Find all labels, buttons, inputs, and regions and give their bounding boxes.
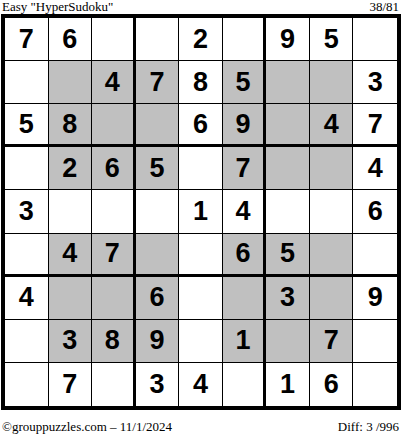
puzzle-title: Easy "HyperSudoku" [2, 0, 113, 14]
cell-r2c6[interactable]: 5 [223, 61, 267, 104]
difficulty-text: Diff: 3 /996 [338, 419, 399, 434]
cell-r4c3[interactable]: 6 [92, 147, 136, 190]
cell-r1c2[interactable]: 6 [49, 18, 93, 61]
cell-r1c3[interactable] [92, 18, 136, 61]
cell-r5c6[interactable]: 4 [223, 190, 267, 233]
cell-r8c5[interactable] [179, 320, 223, 363]
cell-r4c9[interactable]: 4 [353, 147, 397, 190]
cell-r9c1[interactable] [5, 363, 49, 406]
cell-r6c1[interactable] [5, 234, 49, 277]
cell-r5c9[interactable]: 6 [353, 190, 397, 233]
cell-r9c6[interactable] [223, 363, 267, 406]
cell-r9c5[interactable]: 4 [179, 363, 223, 406]
cell-r3c3[interactable] [92, 104, 136, 147]
cell-r9c4[interactable]: 3 [136, 363, 180, 406]
cell-r6c9[interactable] [353, 234, 397, 277]
cell-r8c1[interactable] [5, 320, 49, 363]
cell-r6c2[interactable]: 4 [49, 234, 93, 277]
cell-r4c5[interactable] [179, 147, 223, 190]
cell-r5c3[interactable] [92, 190, 136, 233]
cell-r5c5[interactable]: 1 [179, 190, 223, 233]
cell-r3c6[interactable]: 9 [223, 104, 267, 147]
cell-r1c8[interactable]: 5 [310, 18, 354, 61]
footer: ©grouppuzzles.com – 11/1/2024 Diff: 3 /9… [2, 419, 399, 434]
cell-r4c6[interactable]: 7 [223, 147, 267, 190]
cell-r7c2[interactable] [49, 277, 93, 320]
cell-r8c9[interactable] [353, 320, 397, 363]
cell-r9c7[interactable]: 1 [266, 363, 310, 406]
puzzle-page: Easy "HyperSudoku" 38/81 762954785358694… [0, 0, 402, 437]
cell-r1c7[interactable]: 9 [266, 18, 310, 61]
cell-r1c5[interactable]: 2 [179, 18, 223, 61]
cell-r5c2[interactable] [49, 190, 93, 233]
cell-r1c6[interactable] [223, 18, 267, 61]
cell-r3c5[interactable]: 6 [179, 104, 223, 147]
cell-r8c7[interactable] [266, 320, 310, 363]
cell-r2c7[interactable] [266, 61, 310, 104]
cell-r7c7[interactable]: 3 [266, 277, 310, 320]
cell-r8c4[interactable]: 9 [136, 320, 180, 363]
clue-counter: 38/81 [369, 0, 399, 14]
cell-r7c5[interactable] [179, 277, 223, 320]
cell-r7c4[interactable]: 6 [136, 277, 180, 320]
cell-r7c6[interactable] [223, 277, 267, 320]
cell-r6c7[interactable]: 5 [266, 234, 310, 277]
cell-r8c6[interactable]: 1 [223, 320, 267, 363]
header: Easy "HyperSudoku" 38/81 [2, 0, 399, 14]
cell-r9c9[interactable] [353, 363, 397, 406]
cell-r9c2[interactable]: 7 [49, 363, 93, 406]
cell-r2c8[interactable] [310, 61, 354, 104]
cell-r5c4[interactable] [136, 190, 180, 233]
cell-r5c1[interactable]: 3 [5, 190, 49, 233]
cell-r2c9[interactable]: 3 [353, 61, 397, 104]
cell-r8c3[interactable]: 8 [92, 320, 136, 363]
copyright-text: ©grouppuzzles.com – 11/1/2024 [2, 419, 172, 434]
cell-r6c4[interactable] [136, 234, 180, 277]
cell-r1c9[interactable] [353, 18, 397, 61]
cell-r8c8[interactable]: 7 [310, 320, 354, 363]
cell-r7c1[interactable]: 4 [5, 277, 49, 320]
cell-r9c8[interactable]: 6 [310, 363, 354, 406]
cell-r4c2[interactable]: 2 [49, 147, 93, 190]
cell-r2c3[interactable]: 4 [92, 61, 136, 104]
cell-r2c5[interactable]: 8 [179, 61, 223, 104]
cell-r5c7[interactable] [266, 190, 310, 233]
cell-r4c1[interactable] [5, 147, 49, 190]
cell-r6c8[interactable] [310, 234, 354, 277]
cell-r7c8[interactable] [310, 277, 354, 320]
cell-r1c4[interactable] [136, 18, 180, 61]
cell-r3c7[interactable] [266, 104, 310, 147]
sudoku-board: 7629547853586947265743146476546393891773… [1, 14, 401, 410]
cell-r9c3[interactable] [92, 363, 136, 406]
cell-r3c1[interactable]: 5 [5, 104, 49, 147]
cell-r1c1[interactable]: 7 [5, 18, 49, 61]
cell-r4c7[interactable] [266, 147, 310, 190]
cell-r7c3[interactable] [92, 277, 136, 320]
cell-r7c9[interactable]: 9 [353, 277, 397, 320]
cell-r3c8[interactable]: 4 [310, 104, 354, 147]
cell-r2c1[interactable] [5, 61, 49, 104]
cell-r2c2[interactable] [49, 61, 93, 104]
cell-r4c8[interactable] [310, 147, 354, 190]
cell-r5c8[interactable] [310, 190, 354, 233]
cell-r6c6[interactable]: 6 [223, 234, 267, 277]
cell-r6c5[interactable] [179, 234, 223, 277]
cell-r2c4[interactable]: 7 [136, 61, 180, 104]
cell-r3c9[interactable]: 7 [353, 104, 397, 147]
cell-r3c2[interactable]: 8 [49, 104, 93, 147]
cell-r4c4[interactable]: 5 [136, 147, 180, 190]
cell-r3c4[interactable] [136, 104, 180, 147]
cell-r6c3[interactable]: 7 [92, 234, 136, 277]
cell-r8c2[interactable]: 3 [49, 320, 93, 363]
